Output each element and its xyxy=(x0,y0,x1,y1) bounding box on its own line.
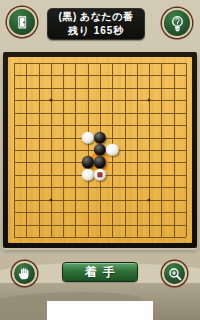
stone-white xyxy=(94,169,106,181)
star-point xyxy=(148,198,151,201)
grid-line-horizontal xyxy=(14,200,186,201)
time-remaining-text: 残り 165秒 xyxy=(48,24,144,37)
star-point xyxy=(148,99,151,102)
grid-line-vertical xyxy=(174,63,175,237)
grid-line-vertical xyxy=(161,63,162,237)
hint-button[interactable] xyxy=(162,8,192,38)
goban-wood xyxy=(8,57,192,243)
play-move-button[interactable]: 着手 xyxy=(62,262,138,282)
goban xyxy=(3,52,197,248)
turn-status-text: (黒) あなたの番 xyxy=(48,9,144,24)
ad-banner-placeholder xyxy=(47,301,153,320)
star-point xyxy=(49,99,52,102)
grid-line-vertical xyxy=(125,63,126,237)
stone-white xyxy=(82,169,94,181)
grid-line-horizontal xyxy=(14,212,186,213)
stone-white xyxy=(106,144,118,156)
hand-icon xyxy=(17,266,32,281)
star-point xyxy=(49,198,52,201)
turn-status-panel: (黒) あなたの番 残り 165秒 xyxy=(47,8,145,40)
exit-button[interactable] xyxy=(7,7,37,37)
grid-line-horizontal xyxy=(14,187,186,188)
goban-grid[interactable] xyxy=(14,63,186,237)
door-icon xyxy=(13,13,31,31)
grid-line-vertical xyxy=(186,63,187,237)
grid-line-vertical xyxy=(149,63,150,237)
lightbulb-icon xyxy=(168,14,187,33)
pass-button[interactable] xyxy=(12,261,37,286)
stone-white xyxy=(82,131,94,143)
magnifier-plus-icon xyxy=(167,266,183,282)
grid-line-vertical xyxy=(137,63,138,237)
app-screen: (黒) あなたの番 残り 165秒 着手 xyxy=(0,0,200,320)
grid-line-horizontal xyxy=(14,225,186,226)
last-move-marker xyxy=(97,172,102,177)
stone-black xyxy=(94,131,106,143)
zoom-in-button[interactable] xyxy=(162,261,187,286)
grid-line-horizontal xyxy=(14,237,186,238)
